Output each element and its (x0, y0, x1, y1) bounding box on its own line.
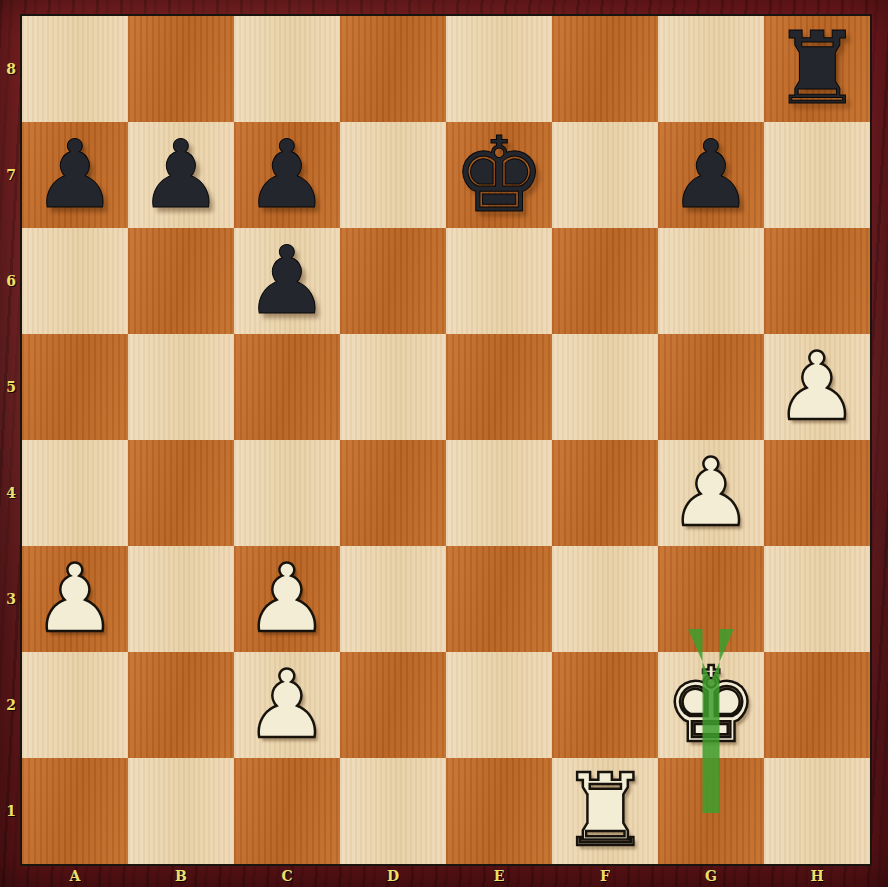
chess-board[interactable]: ♜♟♟♟♚♟♟♟♟♟♟♟♚♜ (22, 16, 870, 864)
square-d5[interactable] (340, 334, 446, 440)
square-a8[interactable] (22, 16, 128, 122)
square-f1[interactable]: ♜ (552, 758, 658, 864)
square-d7[interactable] (340, 122, 446, 228)
square-a5[interactable] (22, 334, 128, 440)
square-b4[interactable] (128, 440, 234, 546)
rank-label-6: 6 (0, 228, 22, 334)
file-label-a: A (22, 864, 128, 887)
chess-app-window: 87654321 ABCDEFGH ♜♟♟♟♚♟♟♟♟♟♟♟♚♜ (0, 0, 888, 887)
square-d3[interactable] (340, 546, 446, 652)
square-a6[interactable] (22, 228, 128, 334)
rank-coordinates: 87654321 (0, 16, 22, 864)
square-c4[interactable] (234, 440, 340, 546)
piece-white-king[interactable]: ♚ (658, 652, 764, 758)
square-a2[interactable] (22, 652, 128, 758)
file-label-g: G (658, 864, 764, 887)
square-d6[interactable] (340, 228, 446, 334)
file-label-b: B (128, 864, 234, 887)
square-h2[interactable] (764, 652, 870, 758)
piece-white-rook[interactable]: ♜ (552, 758, 658, 864)
square-b2[interactable] (128, 652, 234, 758)
square-g7[interactable]: ♟ (658, 122, 764, 228)
square-f6[interactable] (552, 228, 658, 334)
piece-black-king[interactable]: ♚ (446, 122, 552, 228)
square-c1[interactable] (234, 758, 340, 864)
piece-black-pawn[interactable]: ♟ (128, 122, 234, 228)
square-e6[interactable] (446, 228, 552, 334)
square-e1[interactable] (446, 758, 552, 864)
square-a4[interactable] (22, 440, 128, 546)
square-d8[interactable] (340, 16, 446, 122)
file-label-h: H (764, 864, 870, 887)
square-h3[interactable] (764, 546, 870, 652)
square-g3[interactable] (658, 546, 764, 652)
piece-black-rook[interactable]: ♜ (764, 16, 870, 122)
piece-white-pawn[interactable]: ♟ (234, 652, 340, 758)
square-b7[interactable]: ♟ (128, 122, 234, 228)
square-f3[interactable] (552, 546, 658, 652)
square-a3[interactable]: ♟ (22, 546, 128, 652)
square-c7[interactable]: ♟ (234, 122, 340, 228)
square-b6[interactable] (128, 228, 234, 334)
file-label-c: C (234, 864, 340, 887)
rank-label-5: 5 (0, 334, 22, 440)
rank-label-4: 4 (0, 440, 22, 546)
square-f4[interactable] (552, 440, 658, 546)
square-g2[interactable]: ♚ (658, 652, 764, 758)
square-g4[interactable]: ♟ (658, 440, 764, 546)
square-c3[interactable]: ♟ (234, 546, 340, 652)
square-f7[interactable] (552, 122, 658, 228)
square-b3[interactable] (128, 546, 234, 652)
square-g6[interactable] (658, 228, 764, 334)
square-g1[interactable] (658, 758, 764, 864)
piece-black-pawn[interactable]: ♟ (234, 228, 340, 334)
square-e3[interactable] (446, 546, 552, 652)
piece-white-pawn[interactable]: ♟ (22, 546, 128, 652)
square-e8[interactable] (446, 16, 552, 122)
square-f8[interactable] (552, 16, 658, 122)
square-h4[interactable] (764, 440, 870, 546)
square-h6[interactable] (764, 228, 870, 334)
square-a1[interactable] (22, 758, 128, 864)
square-f5[interactable] (552, 334, 658, 440)
rank-label-2: 2 (0, 652, 22, 758)
piece-black-pawn[interactable]: ♟ (658, 122, 764, 228)
square-g5[interactable] (658, 334, 764, 440)
file-coordinates: ABCDEFGH (22, 864, 870, 887)
square-f2[interactable] (552, 652, 658, 758)
square-b1[interactable] (128, 758, 234, 864)
piece-white-pawn[interactable]: ♟ (764, 334, 870, 440)
square-b8[interactable] (128, 16, 234, 122)
square-h1[interactable] (764, 758, 870, 864)
square-g8[interactable] (658, 16, 764, 122)
file-label-d: D (340, 864, 446, 887)
piece-black-pawn[interactable]: ♟ (234, 122, 340, 228)
square-c8[interactable] (234, 16, 340, 122)
square-e2[interactable] (446, 652, 552, 758)
rank-label-7: 7 (0, 122, 22, 228)
file-label-e: E (446, 864, 552, 887)
square-a7[interactable]: ♟ (22, 122, 128, 228)
rank-label-1: 1 (0, 758, 22, 864)
square-e7[interactable]: ♚ (446, 122, 552, 228)
piece-white-pawn[interactable]: ♟ (234, 546, 340, 652)
rank-label-3: 3 (0, 546, 22, 652)
square-d4[interactable] (340, 440, 446, 546)
square-e4[interactable] (446, 440, 552, 546)
rank-label-8: 8 (0, 16, 22, 122)
piece-white-pawn[interactable]: ♟ (658, 440, 764, 546)
square-c5[interactable] (234, 334, 340, 440)
square-c6[interactable]: ♟ (234, 228, 340, 334)
piece-black-pawn[interactable]: ♟ (22, 122, 128, 228)
square-h8[interactable]: ♜ (764, 16, 870, 122)
square-e5[interactable] (446, 334, 552, 440)
square-b5[interactable] (128, 334, 234, 440)
square-d2[interactable] (340, 652, 446, 758)
square-d1[interactable] (340, 758, 446, 864)
square-c2[interactable]: ♟ (234, 652, 340, 758)
square-h7[interactable] (764, 122, 870, 228)
square-h5[interactable]: ♟ (764, 334, 870, 440)
